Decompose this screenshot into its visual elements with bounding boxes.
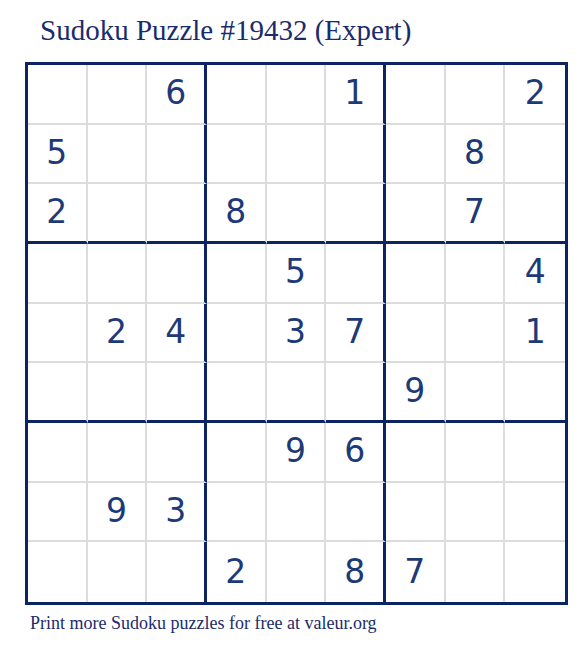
- cell-r4c6[interactable]: [326, 244, 386, 304]
- cell-r8c7[interactable]: [386, 483, 446, 543]
- cell-r6c9[interactable]: [505, 363, 565, 423]
- cell-r8c2[interactable]: 9: [88, 483, 148, 543]
- cell-r4c2[interactable]: [88, 244, 148, 304]
- cell-r6c8[interactable]: [446, 363, 506, 423]
- cell-r7c8[interactable]: [446, 423, 506, 483]
- cell-r6c7[interactable]: 9: [386, 363, 446, 423]
- page-root: Sudoku Puzzle #19432 (Expert) 6125828754…: [0, 0, 580, 651]
- cell-r1c2[interactable]: [88, 65, 148, 125]
- cell-r2c1[interactable]: 5: [28, 125, 88, 185]
- cell-r2c2[interactable]: [88, 125, 148, 185]
- cell-r8c9[interactable]: [505, 483, 565, 543]
- cell-r7c7[interactable]: [386, 423, 446, 483]
- cell-r3c1[interactable]: 2: [28, 184, 88, 244]
- cell-r6c3[interactable]: [147, 363, 207, 423]
- cell-r6c5[interactable]: [267, 363, 327, 423]
- cell-r9c1[interactable]: [28, 542, 88, 602]
- cell-r9c4[interactable]: 2: [207, 542, 267, 602]
- cell-r1c9[interactable]: 2: [505, 65, 565, 125]
- cell-r1c1[interactable]: [28, 65, 88, 125]
- cell-r3c3[interactable]: [147, 184, 207, 244]
- cell-r9c5[interactable]: [267, 542, 327, 602]
- cell-r5c1[interactable]: [28, 304, 88, 364]
- cell-r2c8[interactable]: 8: [446, 125, 506, 185]
- cell-r9c2[interactable]: [88, 542, 148, 602]
- cell-r5c8[interactable]: [446, 304, 506, 364]
- cell-r8c5[interactable]: [267, 483, 327, 543]
- cell-r3c2[interactable]: [88, 184, 148, 244]
- cell-r8c4[interactable]: [207, 483, 267, 543]
- cell-r3c4[interactable]: 8: [207, 184, 267, 244]
- cell-r6c4[interactable]: [207, 363, 267, 423]
- cell-r9c9[interactable]: [505, 542, 565, 602]
- cell-r4c5[interactable]: 5: [267, 244, 327, 304]
- cell-r4c9[interactable]: 4: [505, 244, 565, 304]
- cell-r7c4[interactable]: [207, 423, 267, 483]
- cell-r9c6[interactable]: 8: [326, 542, 386, 602]
- cell-r5c9[interactable]: 1: [505, 304, 565, 364]
- sudoku-board: 61258287542437199693287: [25, 62, 568, 605]
- cell-r5c7[interactable]: [386, 304, 446, 364]
- cell-r2c7[interactable]: [386, 125, 446, 185]
- cell-r8c8[interactable]: [446, 483, 506, 543]
- cell-r2c4[interactable]: [207, 125, 267, 185]
- cell-r1c4[interactable]: [207, 65, 267, 125]
- cell-r1c8[interactable]: [446, 65, 506, 125]
- cell-r9c7[interactable]: 7: [386, 542, 446, 602]
- cell-r3c5[interactable]: [267, 184, 327, 244]
- cell-r3c8[interactable]: 7: [446, 184, 506, 244]
- cell-r4c4[interactable]: [207, 244, 267, 304]
- cell-r8c3[interactable]: 3: [147, 483, 207, 543]
- cell-r6c6[interactable]: [326, 363, 386, 423]
- cell-r8c6[interactable]: [326, 483, 386, 543]
- footer-text: Print more Sudoku puzzles for free at va…: [30, 613, 377, 634]
- cell-r3c7[interactable]: [386, 184, 446, 244]
- cell-r1c5[interactable]: [267, 65, 327, 125]
- cell-r7c3[interactable]: [147, 423, 207, 483]
- cell-r9c3[interactable]: [147, 542, 207, 602]
- cell-r7c5[interactable]: 9: [267, 423, 327, 483]
- cell-r2c3[interactable]: [147, 125, 207, 185]
- cell-r7c2[interactable]: [88, 423, 148, 483]
- cell-r6c1[interactable]: [28, 363, 88, 423]
- cell-r9c8[interactable]: [446, 542, 506, 602]
- cell-r4c1[interactable]: [28, 244, 88, 304]
- cell-r5c2[interactable]: 2: [88, 304, 148, 364]
- cell-r5c3[interactable]: 4: [147, 304, 207, 364]
- cell-r2c5[interactable]: [267, 125, 327, 185]
- cell-r4c8[interactable]: [446, 244, 506, 304]
- cell-r7c6[interactable]: 6: [326, 423, 386, 483]
- cell-r7c9[interactable]: [505, 423, 565, 483]
- cell-r6c2[interactable]: [88, 363, 148, 423]
- cell-r8c1[interactable]: [28, 483, 88, 543]
- cell-r5c5[interactable]: 3: [267, 304, 327, 364]
- page-title: Sudoku Puzzle #19432 (Expert): [40, 13, 411, 47]
- cell-r1c3[interactable]: 6: [147, 65, 207, 125]
- cell-r2c9[interactable]: [505, 125, 565, 185]
- cell-r4c3[interactable]: [147, 244, 207, 304]
- cell-r5c6[interactable]: 7: [326, 304, 386, 364]
- cell-r3c6[interactable]: [326, 184, 386, 244]
- cell-r3c9[interactable]: [505, 184, 565, 244]
- cell-r1c6[interactable]: 1: [326, 65, 386, 125]
- cell-r4c7[interactable]: [386, 244, 446, 304]
- cell-r2c6[interactable]: [326, 125, 386, 185]
- cell-r5c4[interactable]: [207, 304, 267, 364]
- cell-r7c1[interactable]: [28, 423, 88, 483]
- cell-r1c7[interactable]: [386, 65, 446, 125]
